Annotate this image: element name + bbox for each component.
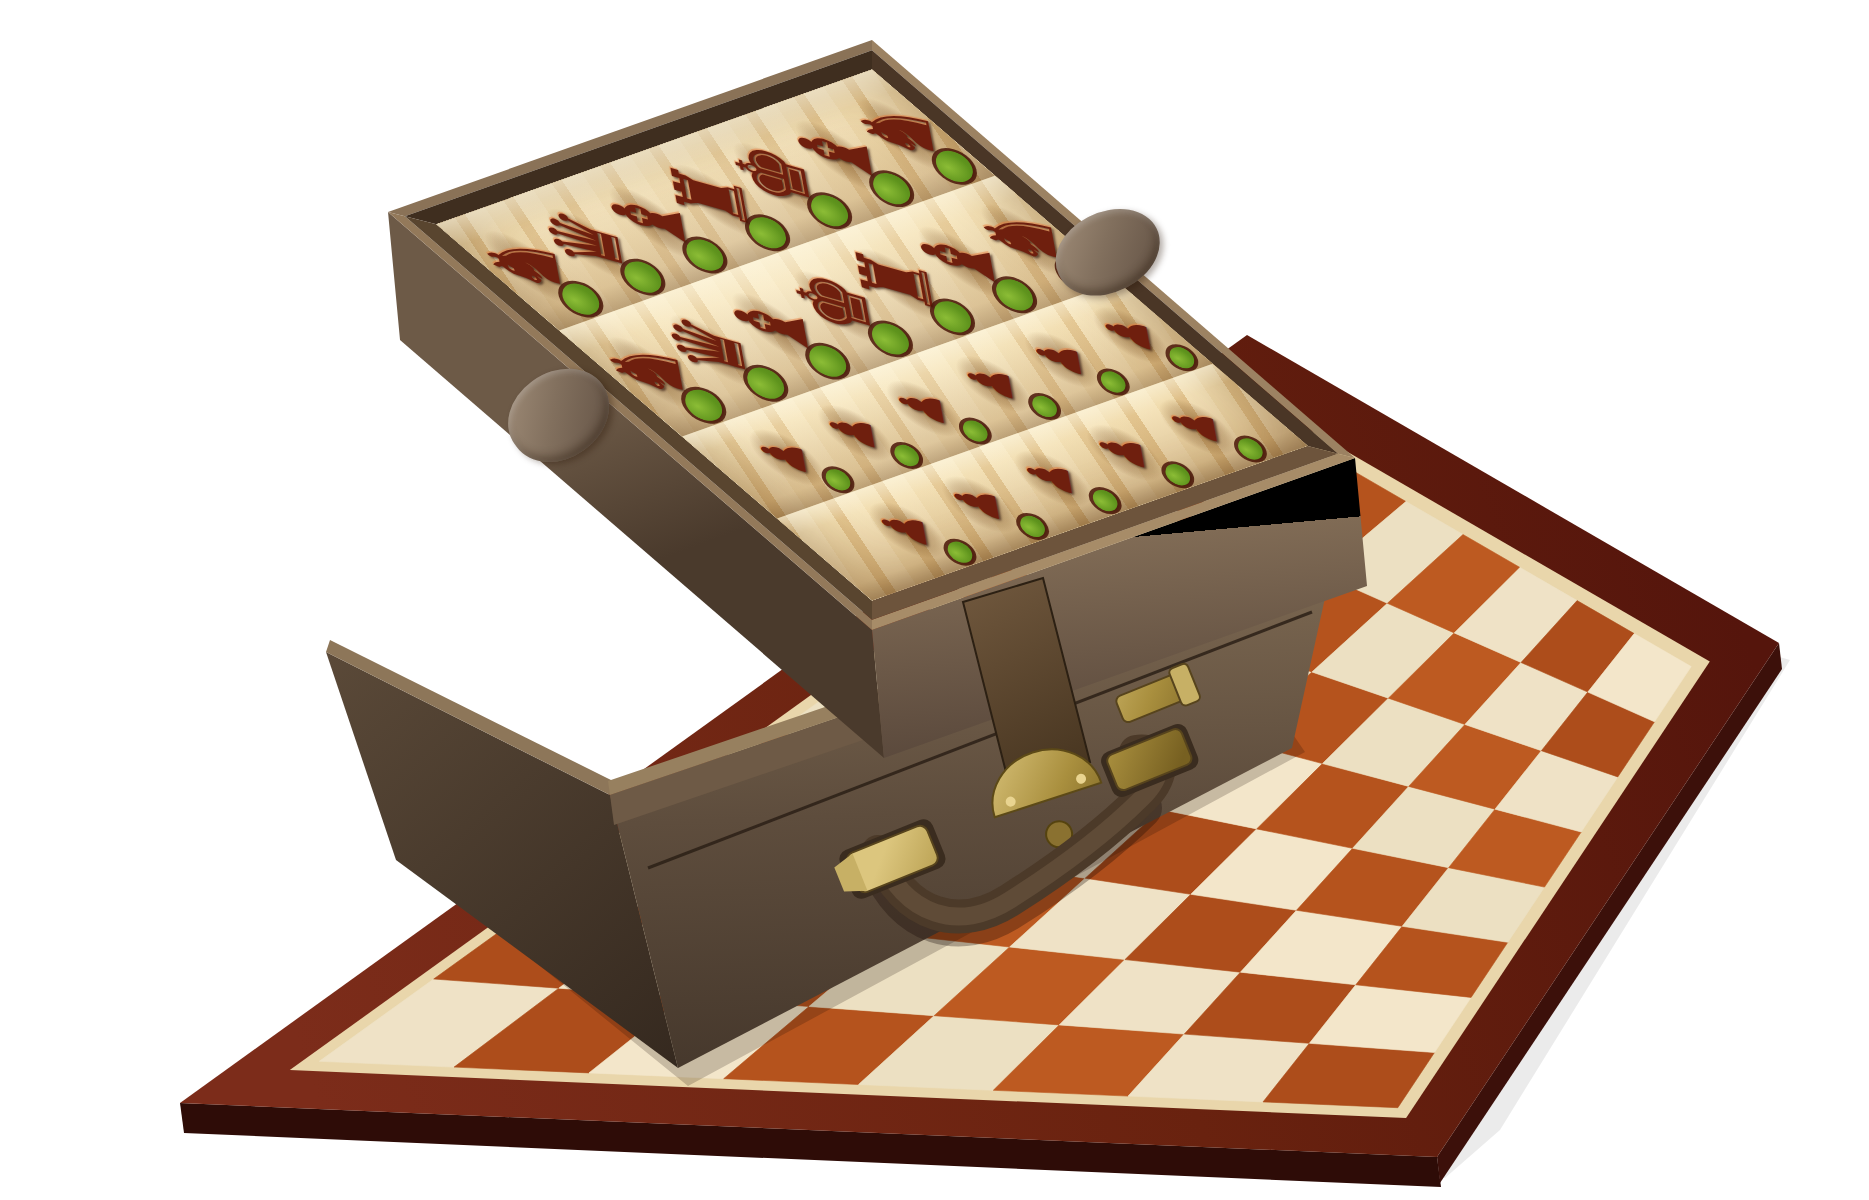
product-photo-scene: ♞♛♝♜♚♝♞♞♛♝♚♜♝♞♟♟♟♟♟♟♟♟♟♟♟ <box>0 0 1869 1200</box>
case-hardware <box>0 0 1869 1200</box>
latch-hook <box>1112 662 1201 729</box>
